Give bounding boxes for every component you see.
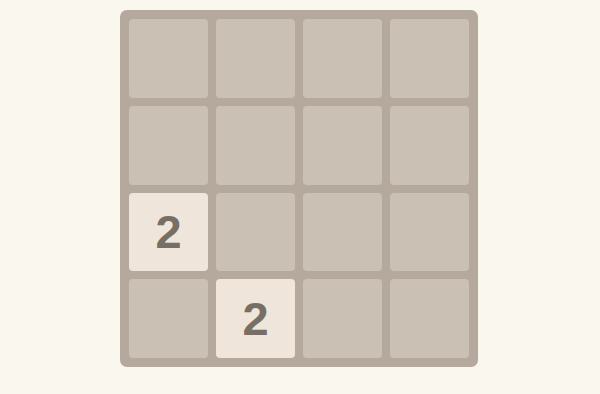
page-background: { "game": "2048", "position": { "rows": … [0,0,600,394]
empty-cell-r1c0 [129,106,208,185]
empty-cell-r2c3 [390,193,469,272]
empty-cell-r1c1 [216,106,295,185]
empty-cell-r0c1 [216,19,295,98]
empty-cell-r0c2 [303,19,382,98]
empty-cell-r3c2 [303,279,382,358]
empty-cell-r1c3 [390,106,469,185]
game-board-2048[interactable]: 22 [120,10,478,367]
empty-cell-r0c0 [129,19,208,98]
tile-2-r2c0: 2 [129,193,208,272]
empty-cell-r1c2 [303,106,382,185]
empty-cell-r2c1 [216,193,295,272]
empty-cell-r2c2 [303,193,382,272]
tile-2-r3c1: 2 [216,279,295,358]
empty-cell-r3c0 [129,279,208,358]
empty-cell-r3c3 [390,279,469,358]
empty-cell-r0c3 [390,19,469,98]
